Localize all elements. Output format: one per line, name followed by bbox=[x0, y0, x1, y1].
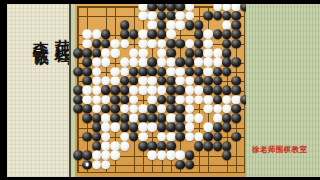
stone-white bbox=[138, 104, 148, 114]
stone-black bbox=[203, 11, 213, 21]
stone-black bbox=[73, 151, 83, 161]
go-board bbox=[75, 0, 246, 180]
stone-white bbox=[148, 85, 158, 95]
stone-black bbox=[194, 67, 204, 77]
stone-black bbox=[92, 113, 102, 123]
stone-black bbox=[120, 30, 130, 40]
stone-black bbox=[129, 132, 139, 142]
video-frame: 黑 李钦诚 白 范廷钰 徐老师围棋教室 bbox=[0, 0, 320, 180]
stone-white bbox=[157, 104, 167, 114]
letterbox-bar-top bbox=[0, 0, 320, 4]
stone-black bbox=[73, 104, 83, 114]
stone-white bbox=[110, 76, 120, 86]
stone-black bbox=[166, 123, 176, 133]
stone-black bbox=[231, 104, 241, 114]
stone-white bbox=[176, 20, 186, 30]
stone-black bbox=[231, 76, 241, 86]
stone-white bbox=[101, 113, 111, 123]
stone-black bbox=[194, 141, 204, 151]
stone-black bbox=[148, 67, 158, 77]
stone-white bbox=[185, 11, 195, 21]
stone-white bbox=[92, 160, 102, 170]
stone-white bbox=[157, 58, 167, 68]
stone-black bbox=[176, 39, 186, 49]
stone-black bbox=[176, 123, 186, 133]
stone-black bbox=[213, 123, 223, 133]
stone-black bbox=[231, 11, 241, 21]
stone-black bbox=[138, 141, 148, 151]
stone-white bbox=[110, 123, 120, 133]
board-grid[interactable] bbox=[77, 6, 245, 174]
stone-white bbox=[185, 123, 195, 133]
stone-black bbox=[222, 123, 232, 133]
stone-black bbox=[194, 76, 204, 86]
stone-white bbox=[92, 95, 102, 105]
stone-white bbox=[157, 151, 167, 161]
stone-white bbox=[83, 95, 93, 105]
stone-white bbox=[129, 95, 139, 105]
stone-white bbox=[166, 20, 176, 30]
stone-white bbox=[148, 39, 158, 49]
stone-black bbox=[138, 113, 148, 123]
stone-black bbox=[110, 104, 120, 114]
stone-black bbox=[83, 132, 93, 142]
stone-black bbox=[157, 30, 167, 40]
stone-black bbox=[157, 76, 167, 86]
stone-white bbox=[213, 104, 223, 114]
stone-white bbox=[222, 95, 232, 105]
stone-black bbox=[231, 20, 241, 30]
stone-black-last-move bbox=[83, 160, 93, 170]
stone-white bbox=[83, 30, 93, 40]
stone-black bbox=[110, 95, 120, 105]
stone-black bbox=[73, 48, 83, 58]
stone-black bbox=[213, 132, 223, 142]
stone-white bbox=[231, 95, 241, 105]
stone-black bbox=[166, 141, 176, 151]
stone-black bbox=[148, 141, 158, 151]
stone-black bbox=[73, 67, 83, 77]
stone-black bbox=[148, 104, 158, 114]
stone-white bbox=[92, 58, 102, 68]
stone-black bbox=[213, 67, 223, 77]
stone-white bbox=[120, 67, 130, 77]
stone-black bbox=[166, 85, 176, 95]
stone-black bbox=[110, 113, 120, 123]
stone-white bbox=[110, 67, 120, 77]
stone-black bbox=[129, 30, 139, 40]
stone-white bbox=[203, 104, 213, 114]
stone-white bbox=[148, 151, 158, 161]
stone-black bbox=[222, 67, 232, 77]
stone-black bbox=[101, 85, 111, 95]
stone-black bbox=[213, 30, 223, 40]
stone-black bbox=[185, 48, 195, 58]
stone-black bbox=[166, 48, 176, 58]
stone-black bbox=[213, 141, 223, 151]
stone-white bbox=[120, 39, 130, 49]
stone-white bbox=[203, 30, 213, 40]
stone-white bbox=[222, 104, 232, 114]
stone-white bbox=[148, 123, 158, 133]
stone-black bbox=[222, 39, 232, 49]
stone-black bbox=[176, 160, 186, 170]
stone-black bbox=[83, 67, 93, 77]
stone-white bbox=[166, 151, 176, 161]
stone-white bbox=[110, 48, 120, 58]
stone-white bbox=[222, 20, 232, 30]
stone-white bbox=[101, 58, 111, 68]
stone-black bbox=[129, 67, 139, 77]
stone-white bbox=[203, 67, 213, 77]
stone-white bbox=[166, 132, 176, 142]
stone-white bbox=[166, 30, 176, 40]
stone-black bbox=[83, 113, 93, 123]
stone-black bbox=[92, 123, 102, 133]
stone-black bbox=[120, 85, 130, 95]
stone-black bbox=[148, 58, 158, 68]
stone-white bbox=[203, 39, 213, 49]
stone-white bbox=[138, 58, 148, 68]
stone-white bbox=[101, 123, 111, 133]
stone-black bbox=[92, 39, 102, 49]
stone-black bbox=[185, 20, 195, 30]
stone-black bbox=[231, 132, 241, 142]
stone-white bbox=[101, 95, 111, 105]
stone-black bbox=[157, 123, 167, 133]
stone-black bbox=[83, 48, 93, 58]
stone-black bbox=[194, 39, 204, 49]
stone-black bbox=[157, 95, 167, 105]
stone-black bbox=[166, 76, 176, 86]
stone-white bbox=[110, 141, 120, 151]
stone-black bbox=[222, 141, 232, 151]
stone-black bbox=[203, 76, 213, 86]
stone-white bbox=[157, 39, 167, 49]
stone-white bbox=[194, 113, 204, 123]
stone-black bbox=[157, 113, 167, 123]
stone-white bbox=[157, 85, 167, 95]
letterbox-bar-bottom bbox=[0, 177, 320, 180]
stone-white bbox=[176, 151, 186, 161]
stone-white bbox=[148, 95, 158, 105]
stone-black bbox=[83, 151, 93, 161]
stone-white bbox=[194, 85, 204, 95]
stone-white bbox=[129, 113, 139, 123]
stone-black bbox=[213, 76, 223, 86]
stone-white bbox=[138, 85, 148, 95]
stone-white bbox=[83, 85, 93, 95]
stone-black bbox=[222, 58, 232, 68]
stone-black bbox=[231, 113, 241, 123]
stone-black bbox=[203, 141, 213, 151]
stone-white bbox=[83, 39, 93, 49]
black-player-name: 李钦诚 bbox=[33, 28, 49, 40]
stone-white bbox=[110, 39, 120, 49]
stone-white bbox=[138, 48, 148, 58]
stone-black bbox=[222, 113, 232, 123]
stone-black bbox=[231, 39, 241, 49]
stone-white bbox=[166, 113, 176, 123]
stone-white bbox=[101, 48, 111, 58]
stone-white bbox=[92, 76, 102, 86]
stone-black bbox=[166, 104, 176, 114]
stone-black bbox=[110, 85, 120, 95]
stone-black bbox=[194, 20, 204, 30]
stone-white bbox=[101, 76, 111, 86]
stone-black bbox=[129, 123, 139, 133]
stone-white bbox=[185, 39, 195, 49]
stone-black bbox=[222, 30, 232, 40]
stone-white bbox=[138, 11, 148, 21]
stone-white bbox=[129, 58, 139, 68]
stone-black bbox=[92, 141, 102, 151]
stone-black bbox=[138, 67, 148, 77]
stone-white bbox=[120, 141, 130, 151]
stone-black bbox=[222, 151, 232, 161]
stone-black bbox=[176, 85, 186, 95]
stone-white bbox=[166, 58, 176, 68]
stone-black bbox=[129, 76, 139, 86]
stone-white bbox=[92, 67, 102, 77]
stone-black bbox=[203, 85, 213, 95]
stone-black bbox=[166, 39, 176, 49]
stone-black bbox=[101, 30, 111, 40]
stone-white bbox=[176, 95, 186, 105]
stone-white bbox=[203, 48, 213, 58]
stone-white bbox=[138, 30, 148, 40]
stone-white bbox=[213, 48, 223, 58]
stone-black bbox=[185, 58, 195, 68]
stone-white bbox=[185, 95, 195, 105]
stone-black bbox=[213, 95, 223, 105]
stone-black bbox=[157, 67, 167, 77]
stone-white bbox=[148, 20, 158, 30]
stone-white bbox=[110, 151, 120, 161]
stone-black bbox=[222, 11, 232, 21]
stone-black bbox=[213, 11, 223, 21]
stone-black bbox=[120, 95, 130, 105]
stone-black bbox=[120, 123, 130, 133]
stone-black bbox=[231, 30, 241, 40]
stone-white bbox=[138, 123, 148, 133]
stone-white bbox=[92, 30, 102, 40]
stone-white bbox=[157, 48, 167, 58]
stone-white bbox=[194, 95, 204, 105]
stone-black bbox=[157, 11, 167, 21]
stone-white bbox=[129, 104, 139, 114]
stone-black bbox=[83, 104, 93, 114]
stone-white bbox=[138, 39, 148, 49]
stone-black bbox=[73, 85, 83, 95]
stone-white bbox=[101, 160, 111, 170]
stone-black bbox=[92, 48, 102, 58]
stone-white bbox=[213, 113, 223, 123]
stone-white bbox=[203, 123, 213, 133]
letterbox-bar-left bbox=[0, 0, 7, 180]
stone-black bbox=[148, 113, 158, 123]
stone-black bbox=[83, 58, 93, 68]
stone-black bbox=[120, 20, 130, 30]
stone-black bbox=[83, 76, 93, 86]
stone-black bbox=[176, 113, 186, 123]
stone-white bbox=[101, 132, 111, 142]
last-move-marker bbox=[86, 163, 89, 166]
stone-white bbox=[120, 132, 130, 142]
stone-black bbox=[148, 30, 158, 40]
stone-black bbox=[120, 76, 130, 86]
stone-black bbox=[157, 141, 167, 151]
stone-white bbox=[129, 48, 139, 58]
stone-white bbox=[185, 104, 195, 114]
channel-caption: 徐老师围棋教室 bbox=[252, 145, 314, 155]
stone-white bbox=[185, 85, 195, 95]
stone-black bbox=[194, 30, 204, 40]
stone-white bbox=[120, 104, 130, 114]
stone-white bbox=[148, 11, 158, 21]
stone-black bbox=[176, 132, 186, 142]
stone-black bbox=[222, 85, 232, 95]
stone-black bbox=[166, 11, 176, 21]
stone-white bbox=[101, 141, 111, 151]
stone-white bbox=[194, 58, 204, 68]
stone-black bbox=[101, 39, 111, 49]
stone-white bbox=[203, 58, 213, 68]
stone-black bbox=[194, 48, 204, 58]
stone-white bbox=[92, 151, 102, 161]
stone-black bbox=[120, 113, 130, 123]
stone-black bbox=[157, 20, 167, 30]
stone-white bbox=[138, 76, 148, 86]
stone-black bbox=[185, 160, 195, 170]
stone-white bbox=[101, 151, 111, 161]
stone-white bbox=[213, 58, 223, 68]
stone-white bbox=[176, 67, 186, 77]
stone-white bbox=[194, 132, 204, 142]
stone-black bbox=[231, 85, 241, 95]
stone-white bbox=[157, 132, 167, 142]
stone-white bbox=[138, 132, 148, 142]
stone-black bbox=[185, 67, 195, 77]
stone-black bbox=[176, 58, 186, 68]
stone-white bbox=[92, 104, 102, 114]
players-panel: 黑 李钦诚 白 范廷钰 bbox=[7, 0, 69, 180]
stone-white bbox=[129, 85, 139, 95]
stone-white bbox=[203, 95, 213, 105]
stone-white bbox=[185, 113, 195, 123]
stone-white bbox=[166, 67, 176, 77]
stone-white bbox=[176, 11, 186, 21]
stone-black bbox=[73, 95, 83, 105]
stone-white bbox=[92, 85, 102, 95]
stone-black bbox=[176, 104, 186, 114]
stone-black bbox=[92, 132, 102, 142]
stone-black bbox=[222, 48, 232, 58]
stone-black bbox=[203, 132, 213, 142]
stone-black bbox=[166, 95, 176, 105]
stone-white bbox=[148, 76, 158, 86]
stone-black bbox=[185, 151, 195, 161]
stone-black bbox=[231, 58, 241, 68]
stone-white bbox=[185, 132, 195, 142]
stone-white bbox=[120, 58, 130, 68]
stone-black bbox=[101, 104, 111, 114]
stone-black bbox=[213, 85, 223, 95]
stone-white bbox=[185, 76, 195, 86]
stone-white bbox=[176, 76, 186, 86]
